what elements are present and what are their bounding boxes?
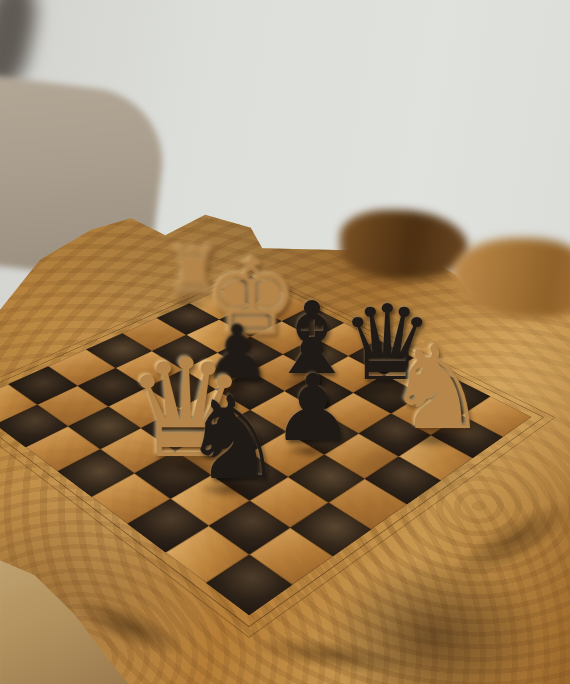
square-a5[interactable]	[57, 449, 134, 497]
wood-knot	[249, 629, 412, 681]
knight-glyph: ♞	[385, 336, 488, 442]
square-c1[interactable]	[290, 503, 371, 557]
square-a1[interactable]	[206, 555, 293, 616]
square-a6[interactable]	[25, 426, 100, 471]
square-d1[interactable]	[329, 479, 408, 530]
black-knight-c3[interactable]: ♞	[181, 386, 284, 492]
square-a3[interactable]	[127, 499, 209, 553]
wood-knot	[440, 485, 570, 595]
square-c8[interactable]	[48, 349, 115, 386]
square-a7[interactable]	[0, 405, 68, 448]
square-a2[interactable]	[165, 526, 249, 583]
knight-glyph: ♞	[181, 386, 284, 492]
square-b1[interactable]	[249, 528, 333, 585]
white-knight-g2[interactable]: ♞	[385, 336, 488, 442]
live-edge-chunk	[340, 210, 468, 280]
square-b2[interactable]	[209, 501, 290, 555]
scene: ♜♚♟♝♛♟♛♞♞	[0, 0, 570, 684]
square-e1[interactable]	[365, 456, 441, 504]
